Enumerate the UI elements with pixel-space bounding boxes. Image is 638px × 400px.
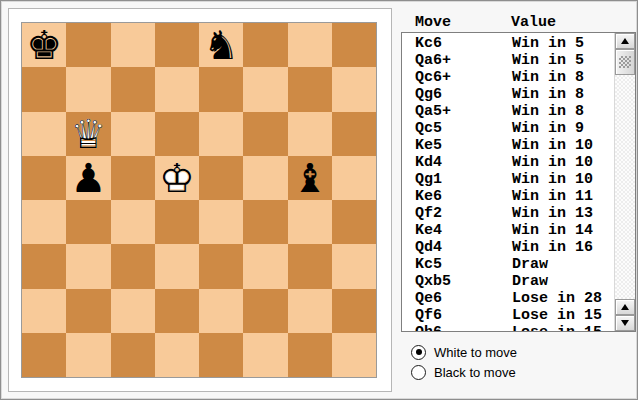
square-h2[interactable] <box>332 289 376 333</box>
black-pawn-glyph: ♟ <box>70 158 106 198</box>
window-frame: ♚♞♛♕♟♚♔♝ Move Value Kc6Win in 5Qa6+Win i… <box>0 0 638 400</box>
square-f1[interactable] <box>243 333 287 377</box>
square-g8[interactable] <box>288 23 332 67</box>
side-to-move-group: White to move Black to move <box>411 342 517 382</box>
square-d7[interactable] <box>155 67 199 111</box>
square-e1[interactable] <box>199 333 243 377</box>
move-list-rows: Kc6Win in 5Qa6+Win in 5Qc6+Win in 8Qg6Wi… <box>402 35 614 332</box>
move-cell: Qd4 <box>415 239 512 256</box>
move-cell: Kc6 <box>415 35 512 52</box>
value-cell: Draw <box>512 256 548 273</box>
square-b4[interactable] <box>66 200 110 244</box>
move-cell: Qh6 <box>415 324 512 332</box>
square-a4[interactable] <box>22 200 66 244</box>
square-g6[interactable] <box>288 112 332 156</box>
square-d5[interactable]: ♚♔ <box>155 156 199 200</box>
value-cell: Win in 10 <box>512 171 593 188</box>
square-c2[interactable] <box>111 289 155 333</box>
square-e4[interactable] <box>199 200 243 244</box>
radio-unselected-icon <box>411 365 426 380</box>
value-cell: Lose in 15 <box>512 324 602 332</box>
square-c6[interactable] <box>111 112 155 156</box>
square-c5[interactable] <box>111 156 155 200</box>
move-row[interactable]: Qa5+Win in 8 <box>402 103 614 120</box>
move-cell: Qe6 <box>415 290 512 307</box>
square-a8[interactable]: ♚ <box>22 23 66 67</box>
black-bishop-glyph: ♝ <box>292 158 328 198</box>
move-list: Kc6Win in 5Qa6+Win in 5Qc6+Win in 8Qg6Wi… <box>401 32 636 332</box>
board-panel: ♚♞♛♕♟♚♔♝ <box>8 8 392 392</box>
up-arrow-icon <box>621 304 629 310</box>
move-row[interactable]: Kc5Draw <box>402 256 614 273</box>
square-h1[interactable] <box>332 333 376 377</box>
scroll-thumb[interactable] <box>615 49 635 75</box>
move-cell: Qc6+ <box>415 69 512 86</box>
square-b3[interactable] <box>66 244 110 288</box>
square-h7[interactable] <box>332 67 376 111</box>
square-d2[interactable] <box>155 289 199 333</box>
scroll-up-button-bottom[interactable] <box>615 299 635 315</box>
value-cell: Win in 10 <box>512 137 593 154</box>
square-e2[interactable] <box>199 289 243 333</box>
white-to-move-label: White to move <box>434 345 517 360</box>
square-a7[interactable] <box>22 67 66 111</box>
square-b1[interactable] <box>66 333 110 377</box>
square-a5[interactable] <box>22 156 66 200</box>
square-e7[interactable] <box>199 67 243 111</box>
move-row[interactable]: Qa6+Win in 5 <box>402 52 614 69</box>
value-cell: Win in 16 <box>512 239 593 256</box>
square-f6[interactable] <box>243 112 287 156</box>
black-king: ♚ <box>22 23 66 67</box>
square-f5[interactable] <box>243 156 287 200</box>
move-cell: Kc5 <box>415 256 512 273</box>
square-e6[interactable] <box>199 112 243 156</box>
square-a6[interactable] <box>22 112 66 156</box>
value-cell: Win in 8 <box>512 86 584 103</box>
square-a1[interactable] <box>22 333 66 377</box>
square-f2[interactable] <box>243 289 287 333</box>
value-cell: Lose in 15 <box>512 307 602 324</box>
down-arrow-icon <box>621 320 629 326</box>
square-d6[interactable] <box>155 112 199 156</box>
scroll-down-button[interactable] <box>615 315 635 331</box>
move-row[interactable]: Qg6Win in 8 <box>402 86 614 103</box>
square-f3[interactable] <box>243 244 287 288</box>
value-cell: Win in 8 <box>512 103 584 120</box>
square-f7[interactable] <box>243 67 287 111</box>
move-row[interactable]: Qf6Lose in 15 <box>402 307 614 324</box>
move-row[interactable]: Qg1Win in 10 <box>402 171 614 188</box>
square-c3[interactable] <box>111 244 155 288</box>
move-row[interactable]: Qf2Win in 13 <box>402 205 614 222</box>
black-to-move-label: Black to move <box>434 365 516 380</box>
square-c8[interactable] <box>111 23 155 67</box>
move-cell: Qg1 <box>415 171 512 188</box>
square-b7[interactable] <box>66 67 110 111</box>
move-row[interactable]: Qe6Lose in 28 <box>402 290 614 307</box>
square-h6[interactable] <box>332 112 376 156</box>
move-cell: Qf2 <box>415 205 512 222</box>
square-d4[interactable] <box>155 200 199 244</box>
white-queen-outline: ♕ <box>70 114 106 154</box>
black-knight: ♞ <box>199 23 243 67</box>
move-row[interactable]: Kd4Win in 10 <box>402 154 614 171</box>
scrollbar[interactable] <box>614 33 635 331</box>
black-bishop: ♝ <box>288 156 332 200</box>
square-g3[interactable] <box>288 244 332 288</box>
move-row[interactable]: Qh6Lose in 15 <box>402 324 614 332</box>
move-row[interactable]: Ke6Win in 11 <box>402 188 614 205</box>
white-to-move-radio[interactable]: White to move <box>411 342 517 362</box>
black-to-move-radio[interactable]: Black to move <box>411 362 517 382</box>
black-king-glyph: ♚ <box>26 25 62 65</box>
value-cell: Draw <box>512 273 548 290</box>
square-f8[interactable] <box>243 23 287 67</box>
move-row[interactable]: Qd4Win in 16 <box>402 239 614 256</box>
value-cell: Win in 11 <box>512 188 593 205</box>
square-c4[interactable] <box>111 200 155 244</box>
square-e3[interactable] <box>199 244 243 288</box>
square-e8[interactable]: ♞ <box>199 23 243 67</box>
up-arrow-icon <box>621 38 629 44</box>
square-h3[interactable] <box>332 244 376 288</box>
value-cell: Win in 13 <box>512 205 593 222</box>
move-cell: Qf6 <box>415 307 512 324</box>
thumb-grip-icon <box>619 56 631 68</box>
value-cell: Win in 8 <box>512 69 584 86</box>
square-a2[interactable] <box>22 289 66 333</box>
move-row[interactable]: Ke4Win in 14 <box>402 222 614 239</box>
square-f4[interactable] <box>243 200 287 244</box>
square-g5[interactable]: ♝ <box>288 156 332 200</box>
move-column-header: Move <box>415 14 451 31</box>
move-cell: Ke5 <box>415 137 512 154</box>
square-b6[interactable]: ♛♕ <box>66 112 110 156</box>
move-cell: Qa6+ <box>415 52 512 69</box>
square-c1[interactable] <box>111 333 155 377</box>
white-queen: ♛♕ <box>66 112 110 156</box>
move-row[interactable]: Qc5Win in 9 <box>402 120 614 137</box>
square-g1[interactable] <box>288 333 332 377</box>
board: ♚♞♛♕♟♚♔♝ <box>21 22 377 378</box>
move-cell: Ke4 <box>415 222 512 239</box>
square-c7[interactable] <box>111 67 155 111</box>
move-cell: Qg6 <box>415 86 512 103</box>
value-cell: Win in 10 <box>512 154 593 171</box>
value-cell: Win in 9 <box>512 120 584 137</box>
move-cell: Qa5+ <box>415 103 512 120</box>
square-g7[interactable] <box>288 67 332 111</box>
square-g2[interactable] <box>288 289 332 333</box>
move-cell: Kd4 <box>415 154 512 171</box>
square-b2[interactable] <box>66 289 110 333</box>
white-king-outline: ♔ <box>159 158 195 198</box>
square-d1[interactable] <box>155 333 199 377</box>
move-row[interactable]: Kc6Win in 5 <box>402 35 614 52</box>
value-column-header: Value <box>511 14 556 31</box>
square-h8[interactable] <box>332 23 376 67</box>
square-d3[interactable] <box>155 244 199 288</box>
move-row[interactable]: Ke5Win in 10 <box>402 137 614 154</box>
move-row[interactable]: Qc6+Win in 8 <box>402 69 614 86</box>
move-row[interactable]: Qxb5Draw <box>402 273 614 290</box>
move-cell: Qc5 <box>415 120 512 137</box>
scroll-up-button[interactable] <box>615 33 635 49</box>
square-h5[interactable] <box>332 156 376 200</box>
value-cell: Win in 5 <box>512 52 584 69</box>
square-g4[interactable] <box>288 200 332 244</box>
square-e5[interactable] <box>199 156 243 200</box>
value-cell: Lose in 28 <box>512 290 602 307</box>
square-a3[interactable] <box>22 244 66 288</box>
black-knight-glyph: ♞ <box>203 25 239 65</box>
value-cell: Win in 14 <box>512 222 593 239</box>
white-king: ♚♔ <box>155 156 199 200</box>
black-pawn: ♟ <box>66 156 110 200</box>
square-d8[interactable] <box>155 23 199 67</box>
move-cell: Ke6 <box>415 188 512 205</box>
square-h4[interactable] <box>332 200 376 244</box>
square-b8[interactable] <box>66 23 110 67</box>
value-cell: Win in 5 <box>512 35 584 52</box>
radio-selected-icon <box>411 345 426 360</box>
square-b5[interactable]: ♟ <box>66 156 110 200</box>
move-cell: Qxb5 <box>415 273 512 290</box>
